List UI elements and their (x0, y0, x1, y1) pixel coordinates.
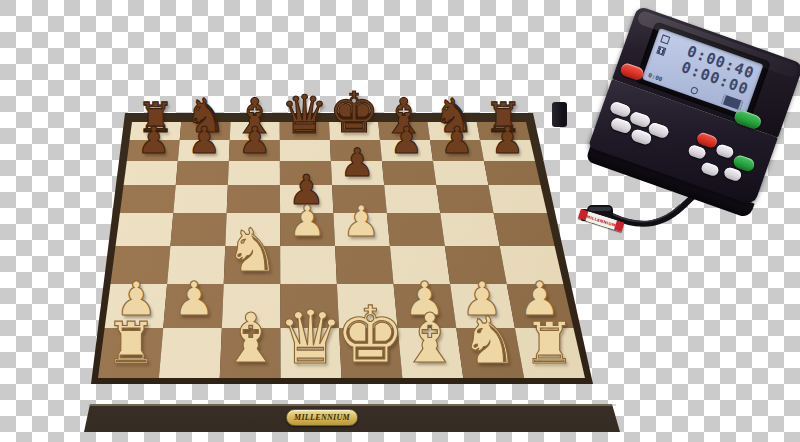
piece-white-q-d1[interactable]: ♛ (277, 300, 343, 374)
piece-black-p-e6[interactable]: ♟ (340, 144, 375, 183)
piece-white-b-c1[interactable]: ♝ (220, 305, 281, 373)
display-circle-icon (690, 86, 699, 95)
piece-white-b-f1[interactable]: ♝ (399, 305, 460, 373)
piece-black-p-a7[interactable]: ♟ (137, 123, 170, 160)
piece-black-p-g7[interactable]: ♟ (440, 123, 473, 160)
piece-black-p-h7[interactable]: ♟ (491, 123, 524, 160)
piece-black-p-b7[interactable]: ♟ (187, 123, 220, 160)
board-jack-socket (552, 102, 567, 127)
piece-white-n-c3[interactable]: ♞ (226, 221, 280, 281)
piece-white-r-a1[interactable]: ♜ (105, 315, 157, 373)
piece-white-r-h1[interactable]: ♜ (523, 315, 575, 373)
piece-white-p-d4[interactable]: ♟ (288, 200, 326, 243)
keypad-button-7[interactable] (687, 144, 707, 160)
piece-white-p-b2[interactable]: ♟ (173, 276, 215, 323)
piece-black-k-e8[interactable]: ♚ (329, 85, 379, 141)
keypad-button-6[interactable] (715, 143, 735, 159)
piece-white-k-e1[interactable]: ♚ (335, 296, 405, 374)
piece-white-n-g1[interactable]: ♞ (460, 308, 518, 373)
piece-black-p-f7[interactable]: ♟ (390, 123, 423, 160)
keypad-button-2[interactable] (629, 111, 652, 129)
piece-black-p-c7[interactable]: ♟ (238, 123, 271, 160)
product-photo-millennium-chess-set: MILLENNIUM ♜♞♝♛♚♝♞♜♟♟♟♟♟♟♟♟♟♟♞♟♟♟♟♟♜♝♛♚♝… (0, 0, 800, 442)
keypad-button-8[interactable] (700, 161, 720, 177)
piece-black-q-d8[interactable]: ♛ (281, 88, 329, 141)
piece-white-p-e4[interactable]: ♟ (342, 200, 380, 243)
keypad-button-1[interactable] (609, 100, 632, 118)
keypad-button-4[interactable] (610, 117, 633, 135)
clock-small-time: 0:00 (647, 71, 663, 82)
